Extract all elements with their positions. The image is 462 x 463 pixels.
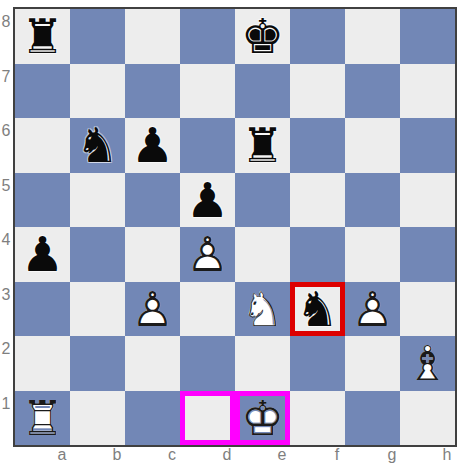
square-c2[interactable] — [125, 336, 180, 391]
square-h8[interactable] — [400, 9, 455, 64]
square-g3[interactable]: ♟♙ — [345, 282, 400, 337]
file-label-f: f — [327, 447, 347, 463]
square-b2[interactable] — [70, 336, 125, 391]
square-e6[interactable]: ♜ — [235, 118, 290, 173]
square-a3[interactable] — [15, 282, 70, 337]
square-c8[interactable] — [125, 9, 180, 64]
square-a2[interactable] — [15, 336, 70, 391]
square-h1[interactable] — [400, 391, 455, 446]
piece-black-pawn[interactable]: ♟ — [180, 173, 235, 228]
rank-label-3: 3 — [0, 286, 12, 304]
square-f5[interactable] — [290, 173, 345, 228]
square-h4[interactable] — [400, 227, 455, 282]
square-d4[interactable]: ♟♙ — [180, 227, 235, 282]
square-d1[interactable] — [180, 391, 235, 446]
square-a4[interactable]: ♟ — [15, 227, 70, 282]
piece-black-knight[interactable]: ♞ — [290, 282, 345, 337]
square-a5[interactable] — [15, 173, 70, 228]
square-f6[interactable] — [290, 118, 345, 173]
square-b1[interactable] — [70, 391, 125, 446]
square-f1[interactable] — [290, 391, 345, 446]
square-d2[interactable] — [180, 336, 235, 391]
piece-white-king[interactable]: ♚♔ — [235, 391, 290, 446]
piece-black-king[interactable]: ♚ — [235, 9, 290, 64]
square-c7[interactable] — [125, 64, 180, 119]
square-f8[interactable] — [290, 9, 345, 64]
square-f2[interactable] — [290, 336, 345, 391]
square-f7[interactable] — [290, 64, 345, 119]
piece-black-rook[interactable]: ♜ — [15, 9, 70, 64]
piece-white-pawn[interactable]: ♟♙ — [125, 282, 180, 337]
rank-label-1: 1 — [0, 395, 12, 413]
rank-label-4: 4 — [0, 231, 12, 249]
piece-black-knight[interactable]: ♞ — [70, 118, 125, 173]
file-label-a: a — [52, 447, 72, 463]
square-h7[interactable] — [400, 64, 455, 119]
square-b8[interactable] — [70, 9, 125, 64]
square-c3[interactable]: ♟♙ — [125, 282, 180, 337]
chess-board: ♜♚♞♟♜♟♟♟♙♟♙♞♘♞♟♙♝♗♜♖♚♔ — [15, 9, 455, 445]
square-e3[interactable]: ♞♘ — [235, 282, 290, 337]
square-h2[interactable]: ♝♗ — [400, 336, 455, 391]
square-f3[interactable]: ♞ — [290, 282, 345, 337]
chess-board-app: ♜♚♞♟♜♟♟♟♙♟♙♞♘♞♟♙♝♗♜♖♚♔ 87654321 abcdefgh — [0, 0, 462, 463]
square-g5[interactable] — [345, 173, 400, 228]
file-label-e: e — [272, 447, 292, 463]
piece-white-bishop[interactable]: ♝♗ — [400, 336, 455, 391]
square-b3[interactable] — [70, 282, 125, 337]
square-g7[interactable] — [345, 64, 400, 119]
square-e7[interactable] — [235, 64, 290, 119]
rank-label-8: 8 — [0, 13, 12, 31]
square-a7[interactable] — [15, 64, 70, 119]
square-e1[interactable]: ♚♔ — [235, 391, 290, 446]
square-d6[interactable] — [180, 118, 235, 173]
piece-white-pawn[interactable]: ♟♙ — [180, 227, 235, 282]
square-b4[interactable] — [70, 227, 125, 282]
piece-white-pawn[interactable]: ♟♙ — [345, 282, 400, 337]
piece-black-pawn[interactable]: ♟ — [15, 227, 70, 282]
square-g1[interactable] — [345, 391, 400, 446]
square-b6[interactable]: ♞ — [70, 118, 125, 173]
square-c4[interactable] — [125, 227, 180, 282]
square-g6[interactable] — [345, 118, 400, 173]
square-h3[interactable] — [400, 282, 455, 337]
piece-black-pawn[interactable]: ♟ — [125, 118, 180, 173]
rank-label-6: 6 — [0, 122, 12, 140]
square-a1[interactable]: ♜♖ — [15, 391, 70, 446]
square-e5[interactable] — [235, 173, 290, 228]
file-label-d: d — [217, 447, 237, 463]
file-label-h: h — [437, 447, 457, 463]
square-f4[interactable] — [290, 227, 345, 282]
file-label-g: g — [382, 447, 402, 463]
square-e8[interactable]: ♚ — [235, 9, 290, 64]
square-d7[interactable] — [180, 64, 235, 119]
file-label-b: b — [107, 447, 127, 463]
square-g2[interactable] — [345, 336, 400, 391]
square-e4[interactable] — [235, 227, 290, 282]
square-e2[interactable] — [235, 336, 290, 391]
square-b7[interactable] — [70, 64, 125, 119]
square-d8[interactable] — [180, 9, 235, 64]
square-h6[interactable] — [400, 118, 455, 173]
piece-black-rook[interactable]: ♜ — [235, 118, 290, 173]
piece-white-knight[interactable]: ♞♘ — [235, 282, 290, 337]
board-frame: ♜♚♞♟♜♟♟♟♙♟♙♞♘♞♟♙♝♗♜♖♚♔ — [13, 7, 457, 447]
square-c1[interactable] — [125, 391, 180, 446]
square-d3[interactable] — [180, 282, 235, 337]
square-g8[interactable] — [345, 9, 400, 64]
square-c5[interactable] — [125, 173, 180, 228]
square-b5[interactable] — [70, 173, 125, 228]
square-a6[interactable] — [15, 118, 70, 173]
rank-label-5: 5 — [0, 177, 12, 195]
square-d5[interactable]: ♟ — [180, 173, 235, 228]
rank-label-7: 7 — [0, 68, 12, 86]
square-h5[interactable] — [400, 173, 455, 228]
rank-label-2: 2 — [0, 340, 12, 358]
square-a8[interactable]: ♜ — [15, 9, 70, 64]
file-label-c: c — [162, 447, 182, 463]
piece-white-rook[interactable]: ♜♖ — [15, 391, 70, 446]
square-g4[interactable] — [345, 227, 400, 282]
square-c6[interactable]: ♟ — [125, 118, 180, 173]
